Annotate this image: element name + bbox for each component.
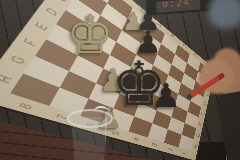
glass-highlight bbox=[94, 106, 108, 116]
file-label-near-h: H bbox=[192, 140, 199, 153]
photo-stage: HH88GG77FF66EE55DD44CC33BB22AA11 ♚♟♟♟♟♚♟… bbox=[0, 0, 240, 160]
clock-digits: 0:24 bbox=[162, 0, 191, 9]
rank-label-left-1: 1 bbox=[179, 146, 187, 160]
file-label-near-g: G bbox=[195, 129, 202, 142]
rank-label-right-2: 2 bbox=[192, 49, 199, 61]
rank-label-left-2: 2 bbox=[165, 142, 174, 157]
blurred-background-object bbox=[209, 0, 240, 28]
chess-clock: 0:24 bbox=[145, 0, 216, 15]
rank-label-left-3: 3 bbox=[149, 137, 160, 153]
clock-display: 0:24 bbox=[156, 0, 201, 13]
piece-white-king-d7: ♚ bbox=[66, 8, 114, 61]
rank-label-left-4: 4 bbox=[130, 131, 143, 148]
rank-label-left-8: 8 bbox=[11, 94, 39, 119]
piece-black-pawn-f3: ♟ bbox=[151, 79, 181, 112]
drinking-glass bbox=[66, 108, 112, 160]
